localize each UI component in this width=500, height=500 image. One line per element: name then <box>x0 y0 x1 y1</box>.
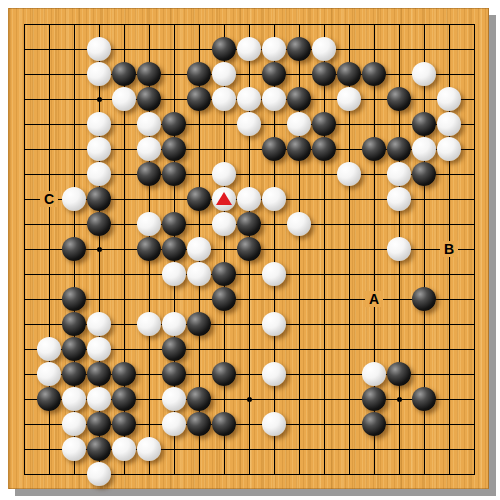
white-stone <box>412 137 436 161</box>
white-stone <box>112 87 136 111</box>
white-stone <box>262 362 286 386</box>
black-stone <box>62 362 86 386</box>
black-stone <box>137 62 161 86</box>
black-stone <box>287 37 311 61</box>
white-stone <box>87 337 111 361</box>
white-stone <box>437 87 461 111</box>
black-stone <box>262 62 286 86</box>
black-stone <box>262 137 286 161</box>
black-stone <box>362 387 386 411</box>
black-stone <box>362 137 386 161</box>
black-stone <box>387 137 411 161</box>
white-stone <box>37 337 61 361</box>
black-stone <box>137 162 161 186</box>
black-stone <box>62 237 86 261</box>
white-stone <box>87 137 111 161</box>
white-stone <box>212 212 236 236</box>
star-point <box>397 397 402 402</box>
white-stone <box>87 462 111 486</box>
white-stone <box>362 362 386 386</box>
black-stone <box>62 312 86 336</box>
black-stone <box>237 212 261 236</box>
white-stone <box>262 412 286 436</box>
white-stone <box>337 87 361 111</box>
white-stone <box>62 187 86 211</box>
white-stone <box>87 162 111 186</box>
black-stone <box>187 387 211 411</box>
white-stone <box>87 112 111 136</box>
black-stone <box>187 87 211 111</box>
black-stone <box>112 362 136 386</box>
black-stone <box>337 62 361 86</box>
black-stone <box>362 412 386 436</box>
white-stone <box>212 162 236 186</box>
white-stone <box>212 62 236 86</box>
go-board[interactable]: CBA <box>8 8 489 489</box>
white-stone <box>287 212 311 236</box>
white-stone <box>112 437 136 461</box>
black-stone <box>37 387 61 411</box>
white-stone <box>187 262 211 286</box>
white-stone <box>387 187 411 211</box>
black-stone <box>362 62 386 86</box>
black-stone <box>187 62 211 86</box>
white-stone <box>162 412 186 436</box>
white-stone <box>162 312 186 336</box>
black-stone <box>212 37 236 61</box>
white-stone <box>137 112 161 136</box>
black-stone <box>187 312 211 336</box>
black-stone <box>162 237 186 261</box>
black-stone <box>312 62 336 86</box>
grid-line-vertical <box>474 24 475 475</box>
white-stone <box>162 387 186 411</box>
black-stone <box>162 337 186 361</box>
black-stone <box>112 62 136 86</box>
white-stone <box>137 212 161 236</box>
white-stone <box>37 362 61 386</box>
white-stone <box>137 437 161 461</box>
black-stone <box>237 237 261 261</box>
black-stone <box>187 412 211 436</box>
white-stone <box>87 37 111 61</box>
grid-line-horizontal <box>24 274 475 275</box>
white-stone <box>62 412 86 436</box>
black-stone <box>162 362 186 386</box>
grid-line-horizontal <box>24 299 475 300</box>
white-stone <box>62 437 86 461</box>
black-stone <box>62 287 86 311</box>
star-point <box>97 97 102 102</box>
black-stone <box>87 362 111 386</box>
white-stone <box>262 262 286 286</box>
white-stone <box>437 112 461 136</box>
white-stone <box>62 387 86 411</box>
white-stone <box>262 312 286 336</box>
black-stone <box>87 212 111 236</box>
black-stone <box>312 112 336 136</box>
star-point <box>247 397 252 402</box>
white-stone <box>287 112 311 136</box>
white-stone <box>437 137 461 161</box>
black-stone <box>162 212 186 236</box>
black-stone <box>137 237 161 261</box>
white-stone <box>212 87 236 111</box>
white-stone <box>312 37 336 61</box>
black-stone <box>162 112 186 136</box>
white-stone <box>87 312 111 336</box>
white-stone <box>387 237 411 261</box>
black-stone <box>212 412 236 436</box>
black-stone <box>212 262 236 286</box>
black-stone <box>187 187 211 211</box>
white-stone <box>262 87 286 111</box>
white-stone <box>237 37 261 61</box>
black-stone <box>412 112 436 136</box>
white-stone <box>87 387 111 411</box>
black-stone <box>137 87 161 111</box>
board-label-a: A <box>365 291 383 307</box>
white-stone <box>412 62 436 86</box>
black-stone <box>87 187 111 211</box>
black-stone <box>162 162 186 186</box>
black-stone <box>387 362 411 386</box>
black-stone <box>412 287 436 311</box>
black-stone <box>212 362 236 386</box>
board-label-c: C <box>40 191 58 207</box>
black-stone <box>162 137 186 161</box>
black-stone <box>312 137 336 161</box>
white-stone <box>87 62 111 86</box>
go-app-window: CBA <box>0 0 500 500</box>
black-stone <box>62 337 86 361</box>
white-stone <box>387 162 411 186</box>
white-stone <box>262 187 286 211</box>
white-stone <box>337 162 361 186</box>
black-stone <box>287 87 311 111</box>
black-stone <box>287 137 311 161</box>
board-label-b: B <box>440 241 458 257</box>
white-stone <box>137 312 161 336</box>
black-stone <box>387 87 411 111</box>
grid-line-vertical <box>324 24 325 475</box>
black-stone <box>412 162 436 186</box>
triangle-marker-icon <box>216 192 232 205</box>
white-stone <box>162 262 186 286</box>
white-stone <box>237 187 261 211</box>
white-stone <box>187 237 211 261</box>
black-stone <box>87 437 111 461</box>
black-stone <box>112 387 136 411</box>
black-stone <box>212 287 236 311</box>
black-stone <box>87 412 111 436</box>
star-point <box>97 247 102 252</box>
white-stone <box>262 37 286 61</box>
white-stone <box>137 137 161 161</box>
black-stone <box>112 412 136 436</box>
white-stone <box>237 112 261 136</box>
black-stone <box>412 387 436 411</box>
white-stone <box>237 87 261 111</box>
